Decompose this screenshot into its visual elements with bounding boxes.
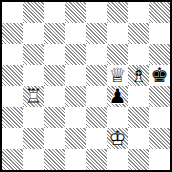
square-b3[interactable] — [23, 107, 44, 128]
square-c5[interactable] — [44, 65, 65, 86]
square-b5[interactable] — [23, 65, 44, 86]
square-a8[interactable] — [2, 2, 23, 23]
square-c1[interactable] — [44, 149, 65, 170]
square-b7[interactable] — [23, 23, 44, 44]
square-a7[interactable] — [2, 23, 23, 44]
piece-white-rook-b4[interactable]: ♜♖ — [23, 86, 44, 107]
square-h8[interactable] — [149, 2, 170, 23]
square-e3[interactable] — [86, 107, 107, 128]
square-c8[interactable] — [44, 2, 65, 23]
square-d5[interactable] — [65, 65, 86, 86]
square-e4[interactable] — [86, 86, 107, 107]
square-f6[interactable] — [107, 44, 128, 65]
square-d4[interactable] — [65, 86, 86, 107]
square-c2[interactable] — [44, 128, 65, 149]
square-e8[interactable] — [86, 2, 107, 23]
square-a5[interactable] — [2, 65, 23, 86]
square-e7[interactable] — [86, 23, 107, 44]
square-e2[interactable] — [86, 128, 107, 149]
square-a3[interactable] — [2, 107, 23, 128]
square-b4[interactable]: ♜♖ — [23, 86, 44, 107]
square-f7[interactable] — [107, 23, 128, 44]
square-g4[interactable] — [128, 86, 149, 107]
white-king-fill-glyph: ♚ — [107, 128, 128, 149]
square-f8[interactable] — [107, 2, 128, 23]
square-c6[interactable] — [44, 44, 65, 65]
square-e1[interactable] — [86, 149, 107, 170]
piece-black-king-h5[interactable]: ♚ — [149, 65, 170, 86]
black-king-icon: ♚ — [149, 65, 170, 86]
square-h6[interactable] — [149, 44, 170, 65]
square-b6[interactable] — [23, 44, 44, 65]
piece-black-pawn-f4[interactable]: ♟ — [107, 86, 128, 107]
square-g6[interactable] — [128, 44, 149, 65]
piece-white-queen-f5[interactable]: ♛♕ — [107, 65, 128, 86]
square-g3[interactable] — [128, 107, 149, 128]
square-b1[interactable] — [23, 149, 44, 170]
square-g7[interactable] — [128, 23, 149, 44]
square-d2[interactable] — [65, 128, 86, 149]
square-h1[interactable] — [149, 149, 170, 170]
square-d1[interactable] — [65, 149, 86, 170]
square-d7[interactable] — [65, 23, 86, 44]
square-b8[interactable] — [23, 2, 44, 23]
white-rook-fill-glyph: ♜ — [23, 86, 44, 107]
square-g5[interactable]: ♝♗ — [128, 65, 149, 86]
square-e5[interactable] — [86, 65, 107, 86]
square-h7[interactable] — [149, 23, 170, 44]
square-a1[interactable] — [2, 149, 23, 170]
square-c3[interactable] — [44, 107, 65, 128]
white-bishop-fill-glyph: ♝ — [128, 65, 149, 86]
square-a4[interactable] — [2, 86, 23, 107]
square-e6[interactable] — [86, 44, 107, 65]
square-a6[interactable] — [2, 44, 23, 65]
square-f1[interactable] — [107, 149, 128, 170]
white-rook-icon: ♖ — [23, 86, 44, 107]
square-d3[interactable] — [65, 107, 86, 128]
square-a2[interactable] — [2, 128, 23, 149]
black-pawn-icon: ♟ — [107, 86, 128, 107]
square-f4[interactable]: ♟ — [107, 86, 128, 107]
square-f2[interactable]: ♚♔ — [107, 128, 128, 149]
square-g2[interactable] — [128, 128, 149, 149]
square-h4[interactable] — [149, 86, 170, 107]
square-c7[interactable] — [44, 23, 65, 44]
square-h2[interactable] — [149, 128, 170, 149]
square-d6[interactable] — [65, 44, 86, 65]
white-king-icon: ♔ — [107, 128, 128, 149]
square-c4[interactable] — [44, 86, 65, 107]
square-f3[interactable] — [107, 107, 128, 128]
square-h5[interactable]: ♚ — [149, 65, 170, 86]
square-h3[interactable] — [149, 107, 170, 128]
square-f5[interactable]: ♛♕ — [107, 65, 128, 86]
piece-white-bishop-g5[interactable]: ♝♗ — [128, 65, 149, 86]
chess-board: ♛♕♝♗♚♜♖♟♚♔ — [0, 0, 172, 172]
white-bishop-icon: ♗ — [128, 65, 149, 86]
square-g8[interactable] — [128, 2, 149, 23]
square-g1[interactable] — [128, 149, 149, 170]
white-queen-icon: ♕ — [107, 65, 128, 86]
square-b2[interactable] — [23, 128, 44, 149]
white-queen-fill-glyph: ♛ — [107, 65, 128, 86]
square-d8[interactable] — [65, 2, 86, 23]
piece-white-king-f2[interactable]: ♚♔ — [107, 128, 128, 149]
